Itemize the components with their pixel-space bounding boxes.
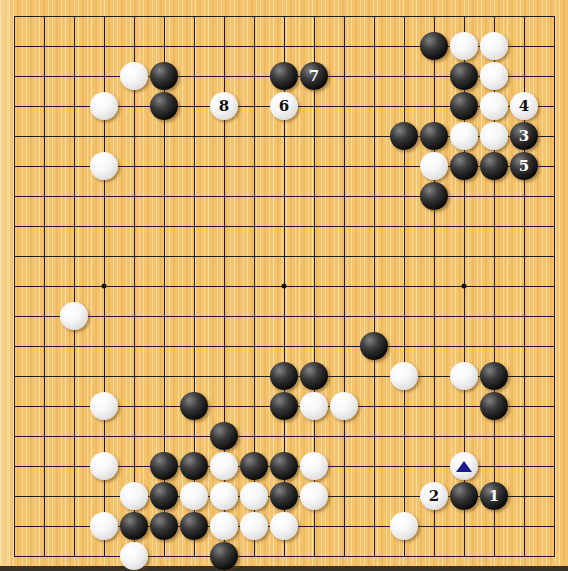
stone-white xyxy=(300,392,328,420)
triangle-marker xyxy=(456,461,472,472)
stone-white xyxy=(480,32,508,60)
grid-line-horizontal xyxy=(14,316,555,317)
stone-black xyxy=(420,32,448,60)
stone-white xyxy=(480,92,508,120)
stone-black xyxy=(150,512,178,540)
board-bottom-edge xyxy=(0,566,568,571)
stone-white xyxy=(90,152,118,180)
stone-white xyxy=(120,542,148,570)
stone-black xyxy=(390,122,418,150)
stone-white xyxy=(240,482,268,510)
stone-black xyxy=(120,512,148,540)
stone-black xyxy=(150,482,178,510)
stone-white: 4 xyxy=(510,92,538,120)
stone-black xyxy=(360,332,388,360)
stone-white xyxy=(330,392,358,420)
stone-black: 3 xyxy=(510,122,538,150)
stone-black: 5 xyxy=(510,152,538,180)
move-number-label: 6 xyxy=(279,99,289,114)
grid-line-vertical xyxy=(374,16,375,557)
stone-black xyxy=(270,62,298,90)
stone-black xyxy=(180,512,208,540)
stone-white xyxy=(270,512,298,540)
move-number-label: 8 xyxy=(219,99,229,114)
grid-line-horizontal xyxy=(14,556,555,557)
go-board[interactable]: 78643521 xyxy=(0,0,568,571)
stone-white xyxy=(420,152,448,180)
grid-line-vertical xyxy=(434,16,435,557)
move-number-label: 1 xyxy=(489,489,499,504)
stone-white: 6 xyxy=(270,92,298,120)
stone-white xyxy=(450,32,478,60)
stone-white xyxy=(90,512,118,540)
stone-white: 8 xyxy=(210,92,238,120)
star-point xyxy=(462,284,467,289)
stone-white xyxy=(180,482,208,510)
stone-black xyxy=(270,482,298,510)
stone-white xyxy=(240,512,268,540)
stone-black xyxy=(270,362,298,390)
stone-black xyxy=(150,452,178,480)
stone-black xyxy=(420,122,448,150)
stone-white xyxy=(210,452,238,480)
stone-black xyxy=(240,452,268,480)
stone-white xyxy=(60,302,88,330)
stone-white xyxy=(300,482,328,510)
stone-white xyxy=(450,452,478,480)
stone-black xyxy=(210,542,238,570)
grid-line-horizontal xyxy=(14,436,555,437)
stone-white xyxy=(300,452,328,480)
stone-white xyxy=(120,482,148,510)
stone-black: 7 xyxy=(300,62,328,90)
stone-black xyxy=(480,362,508,390)
stone-black xyxy=(480,152,508,180)
stone-black xyxy=(480,392,508,420)
move-number-label: 5 xyxy=(519,159,529,174)
star-point xyxy=(282,284,287,289)
stone-black xyxy=(150,62,178,90)
stone-white xyxy=(450,362,478,390)
stone-black xyxy=(150,92,178,120)
stone-white xyxy=(450,122,478,150)
move-number-label: 3 xyxy=(519,129,529,144)
stone-white xyxy=(480,122,508,150)
stone-white xyxy=(120,62,148,90)
stone-white xyxy=(390,512,418,540)
stone-white xyxy=(90,92,118,120)
move-number-label: 4 xyxy=(519,99,529,114)
stone-black xyxy=(450,152,478,180)
grid-line-vertical xyxy=(404,16,405,557)
stone-black xyxy=(420,182,448,210)
stone-white xyxy=(210,482,238,510)
grid-line-vertical xyxy=(344,16,345,557)
stone-black xyxy=(300,362,328,390)
star-point xyxy=(102,284,107,289)
stone-black xyxy=(180,392,208,420)
stone-black: 1 xyxy=(480,482,508,510)
stone-black xyxy=(180,452,208,480)
grid-line-vertical xyxy=(554,16,555,557)
stone-black xyxy=(450,92,478,120)
move-number-label: 7 xyxy=(309,69,319,84)
stone-black xyxy=(270,392,298,420)
move-number-label: 2 xyxy=(429,489,439,504)
stone-black xyxy=(450,482,478,510)
stone-white xyxy=(480,62,508,90)
stone-white xyxy=(90,392,118,420)
stone-white xyxy=(210,512,238,540)
stone-black xyxy=(450,62,478,90)
stone-white xyxy=(390,362,418,390)
grid-line-horizontal xyxy=(14,346,555,347)
stone-black xyxy=(210,422,238,450)
stone-white xyxy=(90,452,118,480)
stone-black xyxy=(270,452,298,480)
stone-white: 2 xyxy=(420,482,448,510)
board-left-edge-sheen xyxy=(0,0,10,571)
